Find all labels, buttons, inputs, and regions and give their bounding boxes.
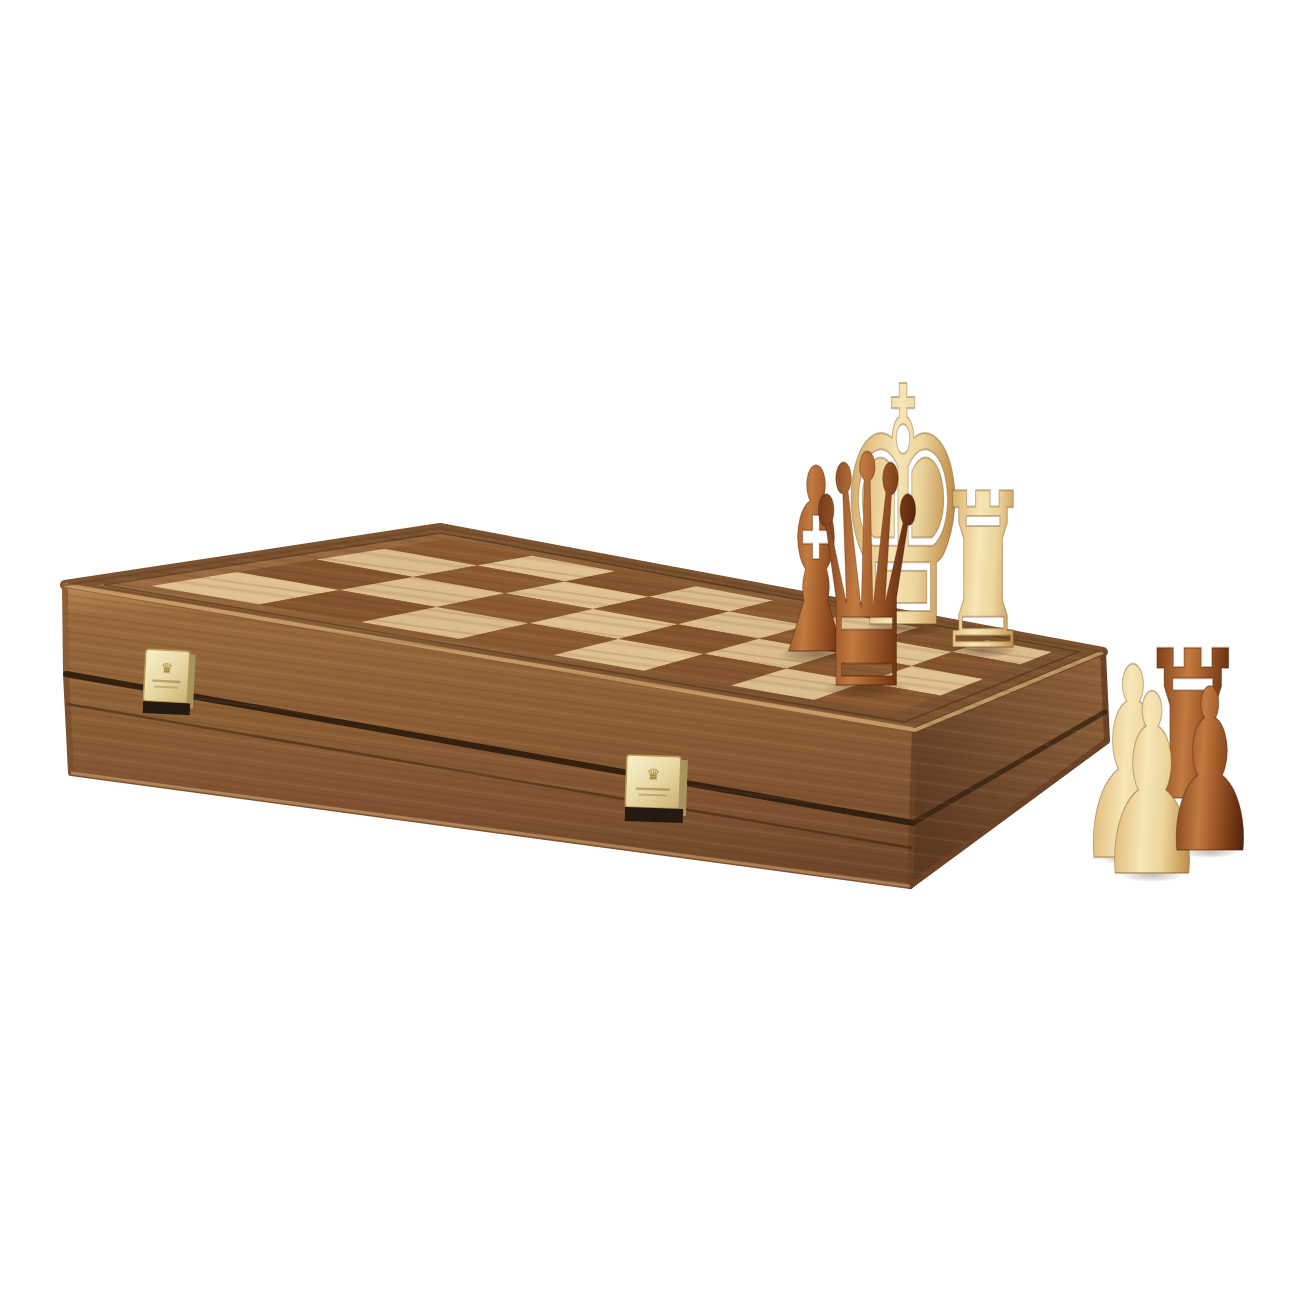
clasp-dark-base bbox=[625, 807, 683, 823]
dark-queen-piece: ♛ bbox=[802, 388, 931, 761]
brass-clasp-left: ♛ bbox=[143, 649, 196, 716]
dark-pawn-piece: ♟ bbox=[1160, 641, 1261, 903]
crown-logo-icon: ♛ bbox=[646, 765, 661, 784]
brass-clasp-right: ♛ bbox=[625, 755, 688, 823]
product-photo-scene: ♛ ♛ ♚ ♝ ♛ ♜ ♟ ♜ ♟ ♟ bbox=[0, 0, 1300, 1300]
light-rook-piece: ♜ bbox=[935, 447, 1031, 697]
crown-logo-icon: ♛ bbox=[160, 660, 173, 677]
chess-case-photo: ♛ ♛ ♚ ♝ ♛ ♜ ♟ ♜ ♟ ♟ bbox=[0, 0, 1300, 1300]
clasp-dark-base bbox=[143, 701, 191, 715]
